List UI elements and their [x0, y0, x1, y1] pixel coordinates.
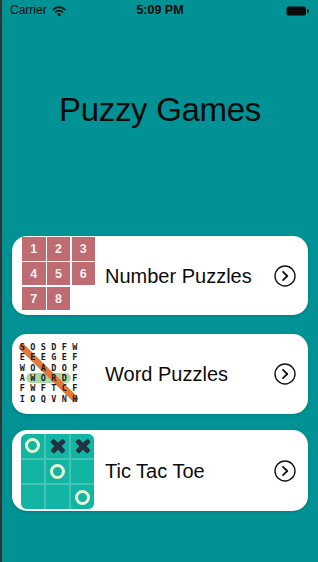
x-mark-cell: [71, 434, 94, 458]
grid-cell: F: [70, 383, 81, 393]
menu-item-word-puzzles[interactable]: SOSDFWEEEGEFWOADOPAWORDFFWFTCFIOQVNH Wor…: [12, 334, 308, 414]
menu-item-label: Word Puzzles: [105, 363, 228, 386]
grid-cell: F: [70, 352, 81, 362]
empty-cell: [21, 460, 44, 484]
grid-cell: E: [17, 352, 28, 362]
grid-cell: N: [59, 394, 70, 404]
grid-cell: 6: [72, 262, 96, 286]
empty-cell: [71, 460, 94, 484]
grid-cell: 7: [22, 287, 46, 311]
grid-cell: O: [28, 342, 39, 352]
grid-cell: S: [17, 342, 28, 352]
grid-cell: E: [28, 352, 39, 362]
grid-cell: W: [70, 342, 81, 352]
grid-cell: O: [38, 373, 49, 383]
grid-cell: O: [28, 363, 39, 373]
grid-cell: 3: [72, 237, 96, 261]
grid-cell: D: [59, 373, 70, 383]
grid-cell: P: [70, 363, 81, 373]
grid-cell: S: [38, 342, 49, 352]
grid-cell: A: [38, 363, 49, 373]
grid-cell: I: [17, 394, 28, 404]
empty-cell: [46, 485, 69, 509]
grid-cell: Q: [38, 394, 49, 404]
grid-cell: E: [38, 352, 49, 362]
tic-tac-toe-preview: [21, 434, 94, 509]
grid-cell: F: [59, 342, 70, 352]
grid-cell: V: [49, 394, 60, 404]
grid-cell: 1: [22, 237, 46, 261]
sliding-number-puzzle-preview: 12345678: [22, 237, 95, 310]
grid-cell: F: [70, 373, 81, 383]
grid-cell: O: [59, 363, 70, 373]
grid-cell: 8: [47, 287, 71, 311]
grid-cell: C: [59, 383, 70, 393]
menu-item-number-puzzles[interactable]: 12345678 Number Puzzles: [12, 236, 308, 315]
chevron-right-circle-icon[interactable]: [274, 363, 296, 385]
grid-cell: F: [17, 383, 28, 393]
grid-cell: H: [70, 394, 81, 404]
grid-cell: F: [38, 383, 49, 393]
menu-item-label: Tic Tac Toe: [105, 459, 205, 482]
o-mark-cell: [71, 485, 94, 509]
grid-cell: 5: [47, 262, 71, 286]
word-search-letter-grid: SOSDFWEEEGEFWOADOPAWORDFFWFTCFIOQVNH: [17, 342, 80, 404]
page-title: Puzzy Games: [2, 91, 318, 129]
grid-cell: G: [49, 352, 60, 362]
grid-cell: 2: [47, 237, 71, 261]
empty-cell: [21, 485, 44, 509]
clock: 5:09 PM: [2, 3, 318, 17]
grid-cell: O: [28, 394, 39, 404]
grid-cell: W: [17, 363, 28, 373]
app-screen: Carrier 5:09 PM Puzzy Games 12345678 Num…: [2, 0, 318, 562]
chevron-right-circle-icon[interactable]: [274, 265, 296, 287]
word-search-preview: SOSDFWEEEGEFWOADOPAWORDFFWFTCFIOQVNH: [17, 342, 80, 404]
grid-cell: 4: [22, 262, 46, 286]
menu-item-tic-tac-toe[interactable]: Tic Tac Toe: [12, 430, 308, 511]
menu-item-label: Number Puzzles: [105, 264, 252, 287]
grid-cell: D: [49, 342, 60, 352]
status-bar: Carrier 5:09 PM: [2, 0, 318, 20]
o-mark-cell: [21, 434, 44, 458]
chevron-right-circle-icon[interactable]: [274, 460, 296, 482]
grid-cell: R: [49, 373, 60, 383]
x-mark-cell: [46, 434, 69, 458]
grid-cell: W: [28, 373, 39, 383]
empty-cell: [72, 287, 96, 311]
grid-cell: E: [59, 352, 70, 362]
grid-cell: T: [49, 383, 60, 393]
grid-cell: D: [49, 363, 60, 373]
o-mark-cell: [46, 460, 69, 484]
grid-cell: W: [28, 383, 39, 393]
battery-icon: [286, 6, 309, 16]
grid-cell: A: [17, 373, 28, 383]
